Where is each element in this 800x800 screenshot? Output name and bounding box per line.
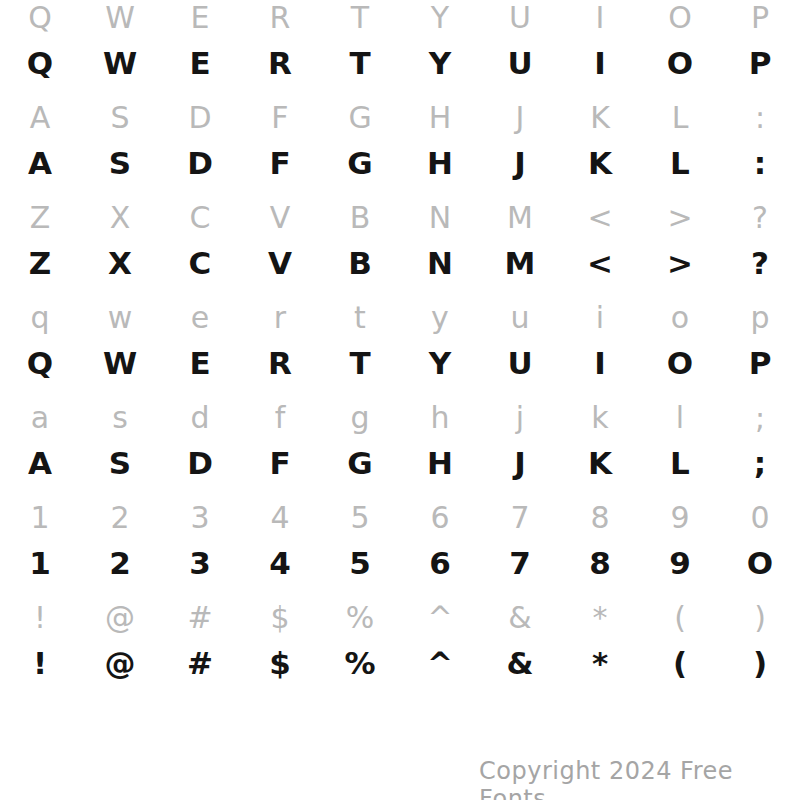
glyph-cell: 8 (560, 500, 640, 538)
glyph-cell: d (160, 400, 240, 438)
glyph-cell: J (480, 441, 560, 485)
glyph-cell: O (720, 541, 800, 585)
glyph-cell: 3 (160, 500, 240, 538)
glyph-cell: t (320, 300, 400, 338)
glyph-cell: K (560, 100, 640, 138)
sample-row: ASDFGHJKL: (0, 141, 800, 185)
glyph-cell: S (80, 100, 160, 138)
glyph-cell: 4 (240, 541, 320, 585)
glyph-cell: P (720, 0, 800, 38)
glyph-cell: ; (720, 441, 800, 485)
glyph-cell: * (560, 641, 640, 685)
glyph-cell: T (320, 341, 400, 385)
glyph-cell: O (640, 341, 720, 385)
sample-row: ASDFGHJKL; (0, 441, 800, 485)
glyph-cell: M (480, 200, 560, 238)
glyph-cell: u (480, 300, 560, 338)
glyph-cell: > (640, 241, 720, 285)
glyph-cell: y (400, 300, 480, 338)
glyph-cell: G (320, 441, 400, 485)
glyph-cell: W (80, 0, 160, 38)
glyph-cell: @ (80, 641, 160, 685)
reference-row: QWERTYUIOP (0, 0, 800, 38)
glyph-cell: ( (640, 600, 720, 638)
character-grid: QWERTYUIOPQWERTYUIOPASDFGHJKL:ASDFGHJKL:… (0, 0, 800, 700)
glyph-cell: % (320, 600, 400, 638)
copyright-text: Copyright 2024 Free Fonts (479, 757, 800, 800)
glyph-cell: F (240, 441, 320, 485)
glyph-cell: : (720, 141, 800, 185)
glyph-cell: ! (0, 641, 80, 685)
glyph-cell: F (240, 100, 320, 138)
glyph-cell: U (480, 341, 560, 385)
reference-row: 1234567890 (0, 500, 800, 538)
glyph-cell: C (160, 241, 240, 285)
glyph-cell: < (560, 241, 640, 285)
glyph-cell: * (560, 600, 640, 638)
sample-row: 123456789O (0, 541, 800, 585)
glyph-cell: W (80, 41, 160, 85)
glyph-cell: 7 (480, 500, 560, 538)
glyph-cell: U (480, 0, 560, 38)
glyph-cell: > (640, 200, 720, 238)
glyph-cell: j (480, 400, 560, 438)
glyph-cell: ^ (400, 600, 480, 638)
glyph-cell: R (240, 41, 320, 85)
glyph-cell: 7 (480, 541, 560, 585)
glyph-cell: H (400, 100, 480, 138)
glyph-cell: F (240, 141, 320, 185)
glyph-cell: 6 (400, 500, 480, 538)
glyph-cell: D (160, 441, 240, 485)
glyph-cell: K (560, 441, 640, 485)
glyph-cell: R (240, 341, 320, 385)
glyph-cell: ( (640, 641, 720, 685)
sample-row: ZXCVBNM<>? (0, 241, 800, 285)
glyph-cell: R (240, 0, 320, 38)
glyph-cell: 8 (560, 541, 640, 585)
glyph-cell: ; (720, 400, 800, 438)
glyph-row-pair: ASDFGHJKL:ASDFGHJKL: (0, 100, 800, 200)
glyph-cell: Y (400, 0, 480, 38)
glyph-cell: V (240, 241, 320, 285)
reference-row: ASDFGHJKL: (0, 100, 800, 138)
glyph-cell: 1 (0, 500, 80, 538)
glyph-cell: s (80, 400, 160, 438)
glyph-cell: W (80, 341, 160, 385)
glyph-cell: $ (240, 641, 320, 685)
glyph-cell: # (160, 641, 240, 685)
glyph-cell: M (480, 241, 560, 285)
glyph-cell: E (160, 41, 240, 85)
glyph-cell: X (80, 200, 160, 238)
glyph-cell: 0 (720, 500, 800, 538)
glyph-row-pair: qwertyuiopQWERTYUIOP (0, 300, 800, 400)
glyph-cell: G (320, 100, 400, 138)
glyph-cell: J (480, 141, 560, 185)
glyph-cell: O (640, 0, 720, 38)
glyph-cell: A (0, 141, 80, 185)
glyph-row-pair: QWERTYUIOPQWERTYUIOP (0, 0, 800, 100)
glyph-cell: f (240, 400, 320, 438)
glyph-cell: g (320, 400, 400, 438)
glyph-cell: & (480, 600, 560, 638)
glyph-cell: Z (0, 241, 80, 285)
glyph-cell: E (160, 341, 240, 385)
glyph-cell: ! (0, 600, 80, 638)
glyph-cell: 3 (160, 541, 240, 585)
glyph-cell: H (400, 141, 480, 185)
glyph-cell: D (160, 100, 240, 138)
glyph-cell: O (640, 41, 720, 85)
glyph-cell: 4 (240, 500, 320, 538)
sample-row: QWERTYUIOP (0, 341, 800, 385)
glyph-cell: a (0, 400, 80, 438)
glyph-cell: ? (720, 200, 800, 238)
sample-row: !@#$%^&*() (0, 641, 800, 685)
glyph-cell: : (720, 100, 800, 138)
glyph-cell: h (400, 400, 480, 438)
reference-row: !@#$%^&*() (0, 600, 800, 638)
glyph-cell: T (320, 0, 400, 38)
glyph-cell: I (560, 0, 640, 38)
glyph-cell: L (640, 141, 720, 185)
glyph-cell: Q (0, 341, 80, 385)
glyph-cell: K (560, 141, 640, 185)
glyph-cell: H (400, 441, 480, 485)
glyph-cell: N (400, 200, 480, 238)
glyph-cell: A (0, 100, 80, 138)
glyph-cell: 9 (640, 500, 720, 538)
glyph-cell: ? (720, 241, 800, 285)
glyph-cell: X (80, 241, 160, 285)
glyph-cell: & (480, 641, 560, 685)
reference-row: ZXCVBNM<>? (0, 200, 800, 238)
glyph-cell: < (560, 200, 640, 238)
glyph-cell: 5 (320, 500, 400, 538)
glyph-cell: A (0, 441, 80, 485)
glyph-cell: P (720, 341, 800, 385)
glyph-cell: S (80, 141, 160, 185)
glyph-cell: D (160, 141, 240, 185)
glyph-cell: G (320, 141, 400, 185)
glyph-cell: Q (0, 0, 80, 38)
glyph-cell: P (720, 41, 800, 85)
glyph-cell: Q (0, 41, 80, 85)
glyph-cell: i (560, 300, 640, 338)
reference-row: qwertyuiop (0, 300, 800, 338)
glyph-cell: U (480, 41, 560, 85)
sample-row: QWERTYUIOP (0, 41, 800, 85)
glyph-cell: l (640, 400, 720, 438)
glyph-cell: S (80, 441, 160, 485)
glyph-cell: 5 (320, 541, 400, 585)
glyph-cell: k (560, 400, 640, 438)
glyph-cell: T (320, 41, 400, 85)
glyph-cell: E (160, 0, 240, 38)
glyph-cell: L (640, 441, 720, 485)
glyph-cell: @ (80, 600, 160, 638)
glyph-cell: B (320, 241, 400, 285)
glyph-cell: w (80, 300, 160, 338)
glyph-cell: ) (720, 600, 800, 638)
glyph-cell: N (400, 241, 480, 285)
glyph-cell: Z (0, 200, 80, 238)
glyph-cell: V (240, 200, 320, 238)
glyph-cell: 6 (400, 541, 480, 585)
glyph-cell: r (240, 300, 320, 338)
glyph-cell: B (320, 200, 400, 238)
glyph-cell: C (160, 200, 240, 238)
glyph-cell: e (160, 300, 240, 338)
glyph-cell: I (560, 41, 640, 85)
glyph-cell: ) (720, 641, 800, 685)
glyph-cell: J (480, 100, 560, 138)
glyph-cell: 1 (0, 541, 80, 585)
glyph-cell: q (0, 300, 80, 338)
glyph-row-pair: !@#$%^&*()!@#$%^&*() (0, 600, 800, 700)
glyph-cell: Y (400, 41, 480, 85)
glyph-cell: ^ (400, 641, 480, 685)
glyph-cell: 2 (80, 500, 160, 538)
reference-row: asdfghjkl; (0, 400, 800, 438)
glyph-cell: 9 (640, 541, 720, 585)
glyph-row-pair: asdfghjkl;ASDFGHJKL; (0, 400, 800, 500)
glyph-cell: Y (400, 341, 480, 385)
glyph-cell: $ (240, 600, 320, 638)
glyph-cell: o (640, 300, 720, 338)
glyph-cell: L (640, 100, 720, 138)
glyph-row-pair: 1234567890123456789O (0, 500, 800, 600)
glyph-row-pair: ZXCVBNM<>?ZXCVBNM<>? (0, 200, 800, 300)
glyph-cell: 2 (80, 541, 160, 585)
glyph-cell: # (160, 600, 240, 638)
glyph-cell: % (320, 641, 400, 685)
glyph-cell: I (560, 341, 640, 385)
glyph-cell: p (720, 300, 800, 338)
